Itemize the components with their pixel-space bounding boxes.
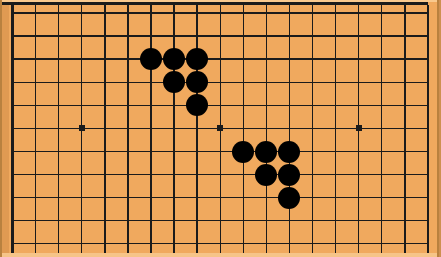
empty-intersection[interactable] [255, 186, 278, 209]
intersection-grid: ●●●●●●●●●●●● [1, 2, 439, 256]
empty-intersection[interactable] [416, 25, 439, 48]
empty-intersection[interactable] [70, 209, 93, 232]
empty-intersection[interactable] [393, 186, 416, 209]
empty-intersection[interactable] [209, 94, 232, 117]
empty-intersection[interactable] [324, 94, 347, 117]
empty-intersection[interactable] [93, 232, 116, 255]
empty-intersection[interactable] [24, 71, 47, 94]
empty-intersection[interactable] [116, 2, 139, 25]
empty-intersection[interactable] [47, 117, 70, 140]
empty-intersection[interactable] [278, 117, 301, 140]
empty-intersection[interactable] [1, 140, 24, 163]
empty-intersection[interactable] [163, 186, 186, 209]
black-stone: ● [278, 164, 300, 186]
empty-intersection[interactable] [186, 25, 209, 48]
black-stone-intersection[interactable]: ● [163, 48, 186, 71]
empty-intersection[interactable] [163, 94, 186, 117]
empty-intersection[interactable] [324, 71, 347, 94]
empty-intersection[interactable] [416, 2, 439, 25]
empty-intersection[interactable] [1, 71, 24, 94]
black-stone-intersection[interactable]: ● [186, 94, 209, 117]
empty-intersection[interactable] [163, 117, 186, 140]
empty-intersection[interactable] [347, 140, 370, 163]
empty-intersection[interactable] [93, 71, 116, 94]
empty-intersection[interactable] [24, 25, 47, 48]
empty-intersection[interactable] [416, 163, 439, 186]
empty-intersection[interactable] [370, 140, 393, 163]
empty-intersection[interactable] [370, 71, 393, 94]
empty-intersection[interactable] [416, 48, 439, 71]
empty-intersection[interactable] [301, 140, 324, 163]
empty-intersection[interactable] [93, 117, 116, 140]
empty-intersection[interactable] [278, 25, 301, 48]
empty-intersection[interactable] [163, 209, 186, 232]
empty-intersection[interactable] [139, 140, 162, 163]
black-stone: ● [140, 48, 162, 70]
empty-intersection[interactable] [1, 163, 24, 186]
empty-intersection[interactable] [116, 140, 139, 163]
empty-intersection[interactable] [393, 25, 416, 48]
empty-intersection[interactable] [186, 232, 209, 255]
empty-intersection[interactable] [139, 71, 162, 94]
black-stone-intersection[interactable]: ● [186, 71, 209, 94]
empty-intersection[interactable] [255, 94, 278, 117]
black-stone: ● [186, 71, 208, 93]
empty-intersection[interactable] [255, 117, 278, 140]
black-stone-intersection[interactable]: ● [186, 48, 209, 71]
empty-intersection[interactable] [370, 163, 393, 186]
empty-intersection[interactable] [209, 48, 232, 71]
empty-intersection[interactable] [139, 2, 162, 25]
empty-intersection[interactable] [232, 25, 255, 48]
empty-intersection[interactable] [301, 232, 324, 255]
empty-intersection[interactable] [139, 25, 162, 48]
black-stone-intersection[interactable]: ● [255, 140, 278, 163]
empty-intersection[interactable] [1, 232, 24, 255]
empty-intersection[interactable] [70, 71, 93, 94]
empty-intersection[interactable] [301, 25, 324, 48]
empty-intersection[interactable] [70, 25, 93, 48]
empty-intersection[interactable] [370, 25, 393, 48]
empty-intersection[interactable] [301, 209, 324, 232]
empty-intersection[interactable] [324, 163, 347, 186]
empty-intersection[interactable] [416, 94, 439, 117]
empty-intersection[interactable] [209, 163, 232, 186]
empty-intersection[interactable] [24, 163, 47, 186]
empty-intersection[interactable] [393, 71, 416, 94]
black-stone-intersection[interactable]: ● [278, 163, 301, 186]
empty-intersection[interactable] [24, 209, 47, 232]
empty-intersection[interactable] [116, 163, 139, 186]
empty-intersection[interactable] [255, 71, 278, 94]
empty-intersection[interactable] [232, 2, 255, 25]
star-point-intersection[interactable] [70, 117, 93, 140]
empty-intersection[interactable] [1, 186, 24, 209]
empty-intersection[interactable] [370, 232, 393, 255]
empty-intersection[interactable] [232, 186, 255, 209]
empty-intersection[interactable] [324, 232, 347, 255]
empty-intersection[interactable] [347, 2, 370, 25]
empty-intersection[interactable] [47, 209, 70, 232]
empty-intersection[interactable] [347, 186, 370, 209]
empty-intersection[interactable] [301, 186, 324, 209]
empty-intersection[interactable] [324, 209, 347, 232]
empty-intersection[interactable] [116, 117, 139, 140]
empty-intersection[interactable] [255, 2, 278, 25]
empty-intersection[interactable] [278, 209, 301, 232]
empty-intersection[interactable] [232, 232, 255, 255]
empty-intersection[interactable] [416, 232, 439, 255]
empty-intersection[interactable] [24, 2, 47, 25]
black-stone-intersection[interactable]: ● [232, 140, 255, 163]
empty-intersection[interactable] [47, 140, 70, 163]
empty-intersection[interactable] [232, 71, 255, 94]
empty-intersection[interactable] [186, 163, 209, 186]
empty-intersection[interactable] [1, 209, 24, 232]
empty-intersection[interactable] [70, 163, 93, 186]
empty-intersection[interactable] [255, 25, 278, 48]
empty-intersection[interactable] [209, 232, 232, 255]
empty-intersection[interactable] [47, 163, 70, 186]
empty-intersection[interactable] [301, 2, 324, 25]
empty-intersection[interactable] [255, 48, 278, 71]
black-stone: ● [278, 141, 300, 163]
empty-intersection[interactable] [1, 2, 24, 25]
empty-intersection[interactable] [93, 2, 116, 25]
empty-intersection[interactable] [163, 140, 186, 163]
empty-intersection[interactable] [93, 140, 116, 163]
empty-intersection[interactable] [47, 232, 70, 255]
empty-intersection[interactable] [278, 232, 301, 255]
empty-intersection[interactable] [324, 25, 347, 48]
empty-intersection[interactable] [209, 140, 232, 163]
black-stone: ● [163, 71, 185, 93]
empty-intersection[interactable] [393, 117, 416, 140]
empty-intersection[interactable] [47, 186, 70, 209]
empty-intersection[interactable] [139, 232, 162, 255]
empty-intersection[interactable] [278, 2, 301, 25]
empty-intersection[interactable] [209, 2, 232, 25]
empty-intersection[interactable] [139, 209, 162, 232]
empty-intersection[interactable] [324, 186, 347, 209]
empty-intersection[interactable] [209, 186, 232, 209]
empty-intersection[interactable] [301, 94, 324, 117]
empty-intersection[interactable] [209, 71, 232, 94]
black-stone-intersection[interactable]: ● [163, 71, 186, 94]
empty-intersection[interactable] [47, 94, 70, 117]
empty-intersection[interactable] [139, 186, 162, 209]
black-stone-intersection[interactable]: ● [278, 140, 301, 163]
empty-intersection[interactable] [347, 163, 370, 186]
empty-intersection[interactable] [232, 94, 255, 117]
empty-intersection[interactable] [255, 209, 278, 232]
empty-intersection[interactable] [324, 140, 347, 163]
empty-intersection[interactable] [347, 232, 370, 255]
empty-intersection[interactable] [301, 163, 324, 186]
empty-intersection[interactable] [232, 209, 255, 232]
empty-intersection[interactable] [370, 186, 393, 209]
star-point [356, 125, 362, 131]
black-stone: ● [278, 187, 300, 209]
empty-intersection[interactable] [47, 2, 70, 25]
empty-intersection[interactable] [209, 209, 232, 232]
empty-intersection[interactable] [116, 232, 139, 255]
empty-intersection[interactable] [232, 117, 255, 140]
empty-intersection[interactable] [70, 140, 93, 163]
empty-intersection[interactable] [416, 186, 439, 209]
empty-intersection[interactable] [186, 186, 209, 209]
empty-intersection[interactable] [347, 94, 370, 117]
empty-intersection[interactable] [301, 117, 324, 140]
empty-intersection[interactable] [70, 94, 93, 117]
empty-intersection[interactable] [393, 94, 416, 117]
empty-intersection[interactable] [163, 232, 186, 255]
empty-intersection[interactable] [24, 94, 47, 117]
empty-intersection[interactable] [370, 209, 393, 232]
empty-intersection[interactable] [301, 71, 324, 94]
empty-intersection[interactable] [24, 232, 47, 255]
empty-intersection[interactable] [393, 232, 416, 255]
star-point-intersection[interactable] [209, 117, 232, 140]
black-stone: ● [255, 164, 277, 186]
empty-intersection[interactable] [70, 2, 93, 25]
empty-intersection[interactable] [1, 25, 24, 48]
black-stone: ● [163, 48, 185, 70]
empty-intersection[interactable] [24, 117, 47, 140]
empty-intersection[interactable] [393, 163, 416, 186]
empty-intersection[interactable] [1, 117, 24, 140]
empty-intersection[interactable] [370, 117, 393, 140]
empty-intersection[interactable] [24, 48, 47, 71]
empty-intersection[interactable] [324, 2, 347, 25]
empty-intersection[interactable] [70, 232, 93, 255]
empty-intersection[interactable] [24, 186, 47, 209]
empty-intersection[interactable] [301, 48, 324, 71]
empty-intersection[interactable] [70, 186, 93, 209]
empty-intersection[interactable] [232, 48, 255, 71]
black-stone: ● [232, 141, 254, 163]
empty-intersection[interactable] [370, 48, 393, 71]
empty-intersection[interactable] [393, 209, 416, 232]
empty-intersection[interactable] [116, 48, 139, 71]
empty-intersection[interactable] [139, 94, 162, 117]
black-stone-intersection[interactable]: ● [255, 163, 278, 186]
empty-intersection[interactable] [47, 25, 70, 48]
empty-intersection[interactable] [116, 209, 139, 232]
empty-intersection[interactable] [93, 25, 116, 48]
black-stone: ● [186, 48, 208, 70]
empty-intersection[interactable] [1, 94, 24, 117]
empty-intersection[interactable] [416, 140, 439, 163]
black-stone: ● [255, 141, 277, 163]
empty-intersection[interactable] [347, 71, 370, 94]
empty-intersection[interactable] [47, 48, 70, 71]
empty-intersection[interactable] [186, 209, 209, 232]
empty-intersection[interactable] [347, 25, 370, 48]
empty-intersection[interactable] [370, 2, 393, 25]
empty-intersection[interactable] [347, 209, 370, 232]
empty-intersection[interactable] [70, 48, 93, 71]
empty-intersection[interactable] [93, 48, 116, 71]
empty-intersection[interactable] [1, 48, 24, 71]
empty-intersection[interactable] [416, 71, 439, 94]
empty-intersection[interactable] [163, 2, 186, 25]
empty-intersection[interactable] [47, 71, 70, 94]
empty-intersection[interactable] [324, 48, 347, 71]
empty-intersection[interactable] [232, 163, 255, 186]
empty-intersection[interactable] [116, 94, 139, 117]
empty-intersection[interactable] [186, 2, 209, 25]
star-point [79, 125, 85, 131]
empty-intersection[interactable] [24, 140, 47, 163]
empty-intersection[interactable] [393, 140, 416, 163]
star-point [217, 125, 223, 131]
empty-intersection[interactable] [163, 163, 186, 186]
black-stone-intersection[interactable]: ● [278, 186, 301, 209]
empty-intersection[interactable] [186, 140, 209, 163]
empty-intersection[interactable] [93, 94, 116, 117]
empty-intersection[interactable] [393, 48, 416, 71]
black-stone-intersection[interactable]: ● [139, 48, 162, 71]
empty-intersection[interactable] [139, 117, 162, 140]
empty-intersection[interactable] [278, 71, 301, 94]
empty-intersection[interactable] [139, 163, 162, 186]
empty-intersection[interactable] [186, 117, 209, 140]
empty-intersection[interactable] [416, 209, 439, 232]
empty-intersection[interactable] [416, 117, 439, 140]
empty-intersection[interactable] [116, 71, 139, 94]
empty-intersection[interactable] [116, 25, 139, 48]
star-point-intersection[interactable] [347, 117, 370, 140]
black-stone: ● [186, 94, 208, 116]
empty-intersection[interactable] [324, 117, 347, 140]
empty-intersection[interactable] [347, 48, 370, 71]
empty-intersection[interactable] [209, 25, 232, 48]
empty-intersection[interactable] [278, 48, 301, 71]
empty-intersection[interactable] [393, 2, 416, 25]
empty-intersection[interactable] [93, 209, 116, 232]
empty-intersection[interactable] [116, 186, 139, 209]
empty-intersection[interactable] [163, 25, 186, 48]
empty-intersection[interactable] [255, 232, 278, 255]
empty-intersection[interactable] [93, 186, 116, 209]
empty-intersection[interactable] [370, 94, 393, 117]
empty-intersection[interactable] [93, 163, 116, 186]
go-board-diagram: ●●●●●●●●●●●● [0, 0, 441, 257]
empty-intersection[interactable] [278, 94, 301, 117]
